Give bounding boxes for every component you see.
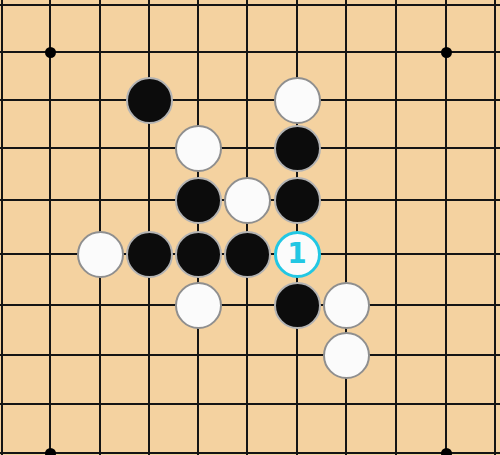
white-stone xyxy=(323,332,370,379)
move-number-label: 1 xyxy=(287,240,306,268)
grid-line-vertical xyxy=(197,0,199,455)
grid-line-horizontal xyxy=(0,99,500,101)
white-stone xyxy=(175,125,222,172)
grid-line-vertical xyxy=(49,0,51,455)
white-stone xyxy=(77,231,124,278)
black-stone xyxy=(126,77,173,124)
black-stone xyxy=(274,125,321,172)
star-point xyxy=(45,47,56,58)
grid-line-vertical xyxy=(296,0,298,455)
grid-line-horizontal xyxy=(0,147,500,149)
black-stone xyxy=(126,231,173,278)
white-stone xyxy=(175,282,222,329)
grid-line-horizontal xyxy=(0,403,500,405)
grid-line-vertical xyxy=(99,0,101,455)
white-stone xyxy=(323,282,370,329)
grid-line-horizontal xyxy=(0,354,500,356)
grid-line-vertical xyxy=(1,0,3,455)
white-stone xyxy=(274,77,321,124)
black-stone xyxy=(175,177,222,224)
black-stone xyxy=(175,231,222,278)
white-stone-move-1: 1 xyxy=(274,231,321,278)
grid-line-vertical xyxy=(148,0,150,455)
go-board[interactable]: 1 xyxy=(0,0,500,455)
star-point xyxy=(45,448,56,455)
star-point xyxy=(441,47,452,58)
grid-line-horizontal xyxy=(0,51,500,53)
grid-line-vertical xyxy=(445,0,447,455)
grid-line-vertical xyxy=(494,0,496,455)
grid-line-horizontal xyxy=(0,4,500,6)
grid-line-horizontal xyxy=(0,452,500,454)
grid-line-vertical xyxy=(246,0,248,455)
black-stone xyxy=(224,231,271,278)
grid-line-vertical xyxy=(345,0,347,455)
star-point xyxy=(441,448,452,455)
black-stone xyxy=(274,282,321,329)
white-stone xyxy=(224,177,271,224)
black-stone xyxy=(274,177,321,224)
grid-line-vertical xyxy=(395,0,397,455)
grid-line-horizontal xyxy=(0,304,500,306)
